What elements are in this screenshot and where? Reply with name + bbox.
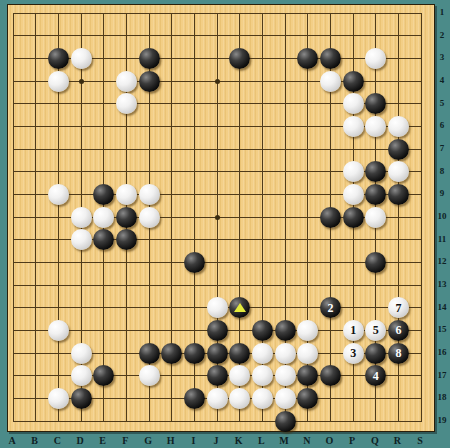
grid-line — [13, 13, 422, 14]
grid-line — [35, 13, 36, 422]
move-number-label: 1 — [350, 324, 356, 336]
stone-white — [207, 388, 228, 409]
stone-black — [184, 388, 205, 409]
stone-black — [388, 184, 409, 205]
stone-black — [365, 252, 386, 273]
stone-black — [365, 343, 386, 364]
stone-black — [275, 320, 296, 341]
column-label: E — [96, 435, 110, 446]
row-label: 11 — [434, 234, 450, 244]
stone-black — [297, 365, 318, 386]
stone-white — [388, 161, 409, 182]
stone-black: 6 — [388, 320, 409, 341]
row-label: 1 — [434, 7, 450, 17]
star-point — [215, 215, 220, 220]
stone-white — [229, 388, 250, 409]
row-label: 16 — [434, 347, 450, 357]
move-number-label: 3 — [350, 347, 356, 359]
column-label: B — [28, 435, 42, 446]
stone-black — [161, 343, 182, 364]
row-label: 3 — [434, 52, 450, 62]
stone-black — [139, 48, 160, 69]
stone-white — [343, 184, 364, 205]
stone-black — [229, 48, 250, 69]
stone-white — [252, 388, 273, 409]
stone-white — [252, 343, 273, 364]
stone-black — [343, 207, 364, 228]
row-label: 8 — [434, 166, 450, 176]
stone-white — [275, 343, 296, 364]
go-board[interactable]: 27156384 — [7, 4, 435, 432]
stone-black — [252, 320, 273, 341]
stone-black: 8 — [388, 343, 409, 364]
row-label: 6 — [434, 120, 450, 130]
stone-white — [48, 320, 69, 341]
stone-white — [365, 116, 386, 137]
stone-white — [297, 343, 318, 364]
column-label: O — [322, 435, 336, 446]
stone-black — [184, 343, 205, 364]
row-label: 12 — [434, 256, 450, 266]
stone-white — [343, 93, 364, 114]
stone-white — [365, 207, 386, 228]
row-label: 14 — [434, 302, 450, 312]
column-label: F — [118, 435, 132, 446]
column-label: R — [390, 435, 404, 446]
stone-white — [116, 71, 137, 92]
grid-line — [13, 35, 422, 36]
column-label: L — [254, 435, 268, 446]
stone-black: 4 — [365, 365, 386, 386]
stone-black — [365, 93, 386, 114]
stone-white — [71, 48, 92, 69]
move-number-label: 8 — [395, 347, 401, 359]
stone-black — [297, 388, 318, 409]
stone-white: 7 — [388, 297, 409, 318]
stone-black: 2 — [320, 297, 341, 318]
column-label: C — [50, 435, 64, 446]
stone-white — [343, 116, 364, 137]
stone-white — [388, 116, 409, 137]
stone-black — [48, 48, 69, 69]
stone-white — [275, 388, 296, 409]
row-label: 5 — [434, 98, 450, 108]
stone-black — [71, 388, 92, 409]
column-label: H — [164, 435, 178, 446]
stone-black — [184, 252, 205, 273]
stone-white — [275, 365, 296, 386]
stone-black — [320, 207, 341, 228]
row-label: 9 — [434, 188, 450, 198]
move-number-label: 5 — [373, 324, 379, 336]
row-label: 13 — [434, 279, 450, 289]
stone-black — [93, 229, 114, 250]
stone-black — [93, 365, 114, 386]
column-label: J — [209, 435, 223, 446]
column-label: G — [141, 435, 155, 446]
stone-white — [365, 48, 386, 69]
star-point — [79, 79, 84, 84]
row-label: 19 — [434, 415, 450, 425]
column-label: M — [277, 435, 291, 446]
stone-white — [93, 207, 114, 228]
row-label: 15 — [434, 324, 450, 334]
stone-black — [139, 343, 160, 364]
stone-black — [116, 207, 137, 228]
row-label: 4 — [434, 75, 450, 85]
stone-black — [116, 229, 137, 250]
grid-line — [13, 149, 422, 150]
column-label: D — [73, 435, 87, 446]
grid-line — [421, 13, 422, 422]
stone-white — [320, 71, 341, 92]
column-label: Q — [368, 435, 382, 446]
row-label: 7 — [434, 143, 450, 153]
stone-black — [139, 71, 160, 92]
stone-white — [207, 297, 228, 318]
stone-black — [275, 411, 296, 432]
move-number-label: 6 — [395, 324, 401, 336]
row-label: 18 — [434, 392, 450, 402]
row-label: 2 — [434, 30, 450, 40]
column-label: I — [186, 435, 200, 446]
column-label: N — [300, 435, 314, 446]
stone-black — [207, 343, 228, 364]
stone-black — [343, 71, 364, 92]
go-board-app: 27156384 ABCDEFGHIJKLMNOPQRS 12345678910… — [0, 0, 450, 448]
stone-black — [229, 297, 250, 318]
stone-black — [320, 365, 341, 386]
move-number-label: 7 — [395, 302, 401, 314]
stone-black — [388, 139, 409, 160]
stone-black — [297, 48, 318, 69]
column-label: P — [345, 435, 359, 446]
stone-black — [320, 48, 341, 69]
stone-white: 3 — [343, 343, 364, 364]
stone-black — [365, 184, 386, 205]
star-point — [215, 79, 220, 84]
stone-white — [116, 184, 137, 205]
grid-line — [13, 13, 14, 422]
triangle-marker-icon — [234, 303, 246, 312]
column-label: S — [413, 435, 427, 446]
stone-black — [229, 343, 250, 364]
stone-white — [139, 365, 160, 386]
stone-black — [207, 365, 228, 386]
stone-black — [207, 320, 228, 341]
column-label: K — [232, 435, 246, 446]
stone-white — [139, 184, 160, 205]
grid-line — [13, 421, 422, 422]
stone-black — [365, 161, 386, 182]
move-number-label: 4 — [373, 370, 379, 382]
stone-white — [297, 320, 318, 341]
stone-white: 1 — [343, 320, 364, 341]
stone-white — [71, 229, 92, 250]
grid-line — [13, 285, 422, 286]
stone-white — [48, 184, 69, 205]
stone-white — [343, 161, 364, 182]
stone-white — [71, 207, 92, 228]
grid-line — [13, 262, 422, 263]
stone-white — [229, 365, 250, 386]
row-label: 10 — [434, 211, 450, 221]
row-label: 17 — [434, 370, 450, 380]
stone-white — [48, 71, 69, 92]
move-number-label: 2 — [327, 302, 333, 314]
stone-white: 5 — [365, 320, 386, 341]
stone-white — [116, 93, 137, 114]
stone-white — [252, 365, 273, 386]
stone-white — [71, 365, 92, 386]
stone-white — [71, 343, 92, 364]
stone-white — [139, 207, 160, 228]
stone-black — [93, 184, 114, 205]
column-label: A — [5, 435, 19, 446]
stone-white — [48, 388, 69, 409]
